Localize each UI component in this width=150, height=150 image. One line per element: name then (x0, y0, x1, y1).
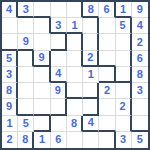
cell-r6c7[interactable]: 2 (99, 83, 115, 99)
cell-r6c1[interactable]: 8 (2, 83, 18, 99)
cell-r5c3[interactable] (34, 67, 50, 83)
cell-r9c8[interactable]: 3 (116, 132, 132, 148)
cell-r9c5[interactable] (67, 132, 83, 148)
cell-r3c4[interactable] (51, 34, 67, 50)
cell-r8c2[interactable]: 5 (18, 116, 34, 132)
cell-r1c2[interactable]: 3 (18, 2, 34, 18)
cell-r2c8[interactable]: 5 (116, 18, 132, 34)
cell-r4c5[interactable] (67, 51, 83, 67)
cell-r6c4[interactable]: 9 (51, 83, 67, 99)
cell-r2c1[interactable] (2, 18, 18, 34)
cell-r7c9[interactable] (132, 99, 148, 115)
cell-r3c8[interactable] (116, 34, 132, 50)
cell-r9c9[interactable]: 5 (132, 132, 148, 148)
cell-r8c7[interactable] (99, 116, 115, 132)
cell-r9c2[interactable]: 8 (18, 132, 34, 148)
cell-r7c4[interactable] (51, 99, 67, 115)
cell-r7c5[interactable] (67, 99, 83, 115)
cell-r7c8[interactable]: 2 (116, 99, 132, 115)
cell-r8c3[interactable] (34, 116, 50, 132)
cell-r1c8[interactable]: 1 (116, 2, 132, 18)
cell-r4c3[interactable]: 9 (34, 51, 50, 67)
cell-r8c9[interactable] (132, 116, 148, 132)
cell-r1c6[interactable]: 8 (83, 2, 99, 18)
cell-r5c6[interactable]: 1 (83, 67, 99, 83)
cell-r1c9[interactable]: 9 (132, 2, 148, 18)
cell-r1c5[interactable] (67, 2, 83, 18)
cell-r4c9[interactable]: 6 (132, 51, 148, 67)
cell-r9c7[interactable] (99, 132, 115, 148)
cell-r1c3[interactable] (34, 2, 50, 18)
cell-r5c8[interactable] (116, 67, 132, 83)
cell-r7c7[interactable] (99, 99, 115, 115)
cell-r4c1[interactable]: 5 (2, 51, 18, 67)
cell-r8c4[interactable] (51, 116, 67, 132)
cell-r6c5[interactable] (67, 83, 83, 99)
cell-r5c2[interactable] (18, 67, 34, 83)
cell-r9c6[interactable] (83, 132, 99, 148)
cell-r8c8[interactable] (116, 116, 132, 132)
cell-r6c8[interactable] (116, 83, 132, 99)
cell-r1c7[interactable]: 6 (99, 2, 115, 18)
cell-r3c9[interactable]: 2 (132, 34, 148, 50)
cell-r2c5[interactable]: 1 (67, 18, 83, 34)
cell-r8c6[interactable]: 4 (83, 116, 99, 132)
cell-r5c7[interactable] (99, 67, 115, 83)
cell-r6c3[interactable] (34, 83, 50, 99)
cell-r1c1[interactable]: 4 (2, 2, 18, 18)
cell-r6c9[interactable]: 3 (132, 83, 148, 99)
cell-r2c7[interactable] (99, 18, 115, 34)
cell-r6c6[interactable] (83, 83, 99, 99)
cell-r2c6[interactable] (83, 18, 99, 34)
cell-r4c2[interactable] (18, 51, 34, 67)
cell-r3c5[interactable] (67, 34, 83, 50)
cell-r4c8[interactable] (116, 51, 132, 67)
cell-r9c3[interactable]: 1 (34, 132, 50, 148)
cell-r5c5[interactable] (67, 67, 83, 83)
cell-r3c2[interactable]: 9 (18, 34, 34, 50)
cell-r3c3[interactable] (34, 34, 50, 50)
cell-r7c2[interactable] (18, 99, 34, 115)
cell-r7c3[interactable] (34, 99, 50, 115)
cell-r3c7[interactable] (99, 34, 115, 50)
cell-r1c4[interactable] (51, 2, 67, 18)
cell-r8c5[interactable]: 8 (67, 116, 83, 132)
cell-r5c1[interactable]: 3 (2, 67, 18, 83)
cell-r3c6[interactable] (83, 34, 99, 50)
cell-r6c2[interactable] (18, 83, 34, 99)
cell-r5c9[interactable]: 8 (132, 67, 148, 83)
jigsaw-sudoku-board: 438619315492592634188923921584281635 (0, 0, 150, 150)
cell-r7c6[interactable] (83, 99, 99, 115)
cell-r4c6[interactable]: 2 (83, 51, 99, 67)
cell-r7c1[interactable]: 9 (2, 99, 18, 115)
cell-r9c1[interactable]: 2 (2, 132, 18, 148)
cell-r4c7[interactable] (99, 51, 115, 67)
cell-r3c1[interactable] (2, 34, 18, 50)
cell-r8c1[interactable]: 1 (2, 116, 18, 132)
cell-r2c4[interactable]: 3 (51, 18, 67, 34)
cell-r5c4[interactable]: 4 (51, 67, 67, 83)
cell-r9c4[interactable]: 6 (51, 132, 67, 148)
cell-r4c4[interactable] (51, 51, 67, 67)
cell-r2c2[interactable] (18, 18, 34, 34)
cell-r2c3[interactable] (34, 18, 50, 34)
cell-r2c9[interactable]: 4 (132, 18, 148, 34)
